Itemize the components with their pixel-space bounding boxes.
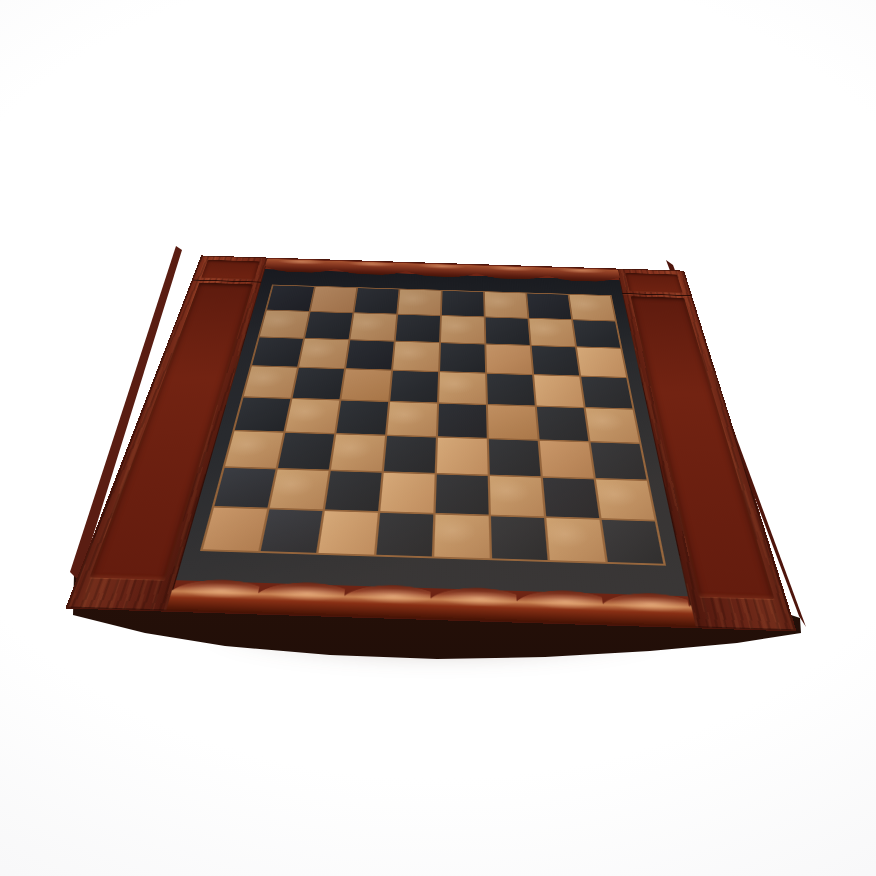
board-cell	[350, 313, 396, 340]
board-cell	[261, 509, 323, 552]
board-cell	[540, 441, 594, 478]
board-cell	[437, 438, 488, 475]
board-cell	[434, 515, 489, 559]
board-cell	[486, 317, 530, 344]
board-cell	[270, 469, 329, 509]
board-cell	[486, 345, 532, 374]
board-cell	[534, 375, 583, 407]
board-cell	[487, 374, 535, 406]
board-cell	[252, 337, 303, 366]
board-cell	[543, 478, 599, 518]
checker-field	[176, 269, 688, 596]
checker-grid	[200, 284, 666, 565]
board-cell	[396, 315, 440, 342]
board-cell	[384, 436, 436, 473]
board-cell	[341, 369, 391, 400]
board-cell	[267, 286, 314, 311]
board-cell	[489, 439, 541, 476]
board-cell	[398, 290, 441, 315]
board-cell	[581, 377, 632, 409]
left-rail-top-recess	[201, 260, 259, 280]
board-cell	[527, 294, 571, 320]
board-cell	[319, 511, 378, 555]
board-cell	[532, 346, 579, 375]
board-cell	[225, 431, 283, 468]
board-cell	[293, 368, 344, 399]
board-cell	[260, 311, 309, 338]
board-cell	[491, 516, 548, 560]
board-cell	[311, 287, 357, 312]
board-cell	[235, 398, 291, 432]
board-cell	[586, 408, 639, 442]
board-cell	[440, 343, 485, 372]
board-cell	[393, 342, 439, 371]
board-cell	[490, 476, 544, 516]
board-cell	[336, 401, 388, 435]
board-cell	[438, 404, 487, 438]
right-rail-top-recess	[625, 273, 682, 293]
board-cell	[573, 320, 620, 347]
board-cell	[331, 434, 385, 471]
board-cell	[436, 474, 489, 514]
board-cell	[376, 513, 433, 557]
board-cell	[387, 402, 437, 436]
board-cell	[591, 442, 647, 479]
board-cell	[244, 366, 297, 397]
photo-background	[0, 0, 876, 876]
game-board	[67, 256, 795, 630]
board-cell	[278, 433, 334, 470]
board-cell	[442, 291, 484, 317]
board-scene	[0, 0, 876, 876]
board-cell	[439, 372, 486, 404]
board-cell	[546, 518, 605, 562]
board-cell	[305, 312, 352, 339]
board-cell	[380, 473, 434, 513]
board-cell	[214, 468, 275, 508]
board-cell	[325, 471, 382, 511]
board-cell	[203, 508, 267, 551]
board-cell	[346, 340, 394, 369]
board-cell	[602, 520, 664, 564]
board-cell	[596, 479, 655, 519]
board-cell	[441, 316, 484, 343]
board-cell	[569, 295, 614, 321]
board-cell	[286, 399, 340, 433]
board-cell	[485, 292, 528, 318]
board-cell	[577, 347, 626, 376]
board-cell	[488, 405, 538, 439]
board-cell	[529, 319, 575, 346]
board-cell	[299, 339, 348, 368]
board-cell	[390, 371, 438, 402]
board-cell	[354, 288, 398, 313]
board-cell	[537, 407, 589, 441]
